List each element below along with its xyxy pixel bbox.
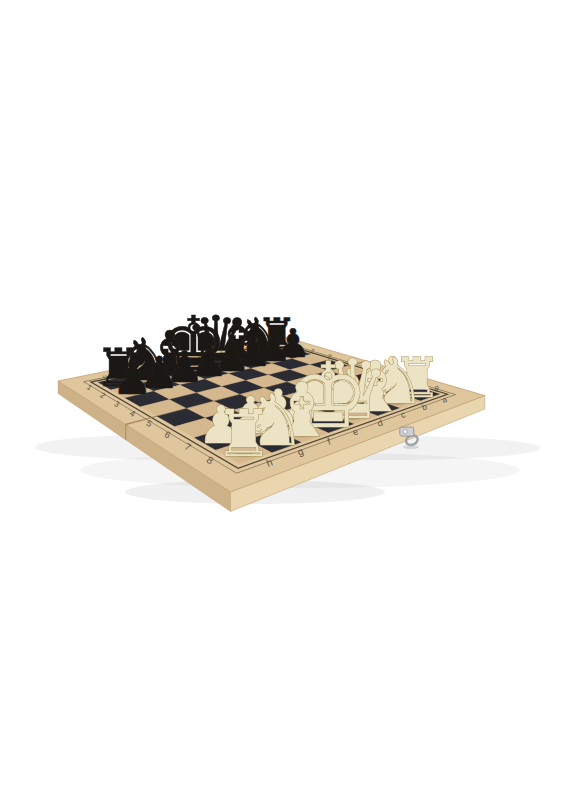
chess-board-svg: 11aa22bb33cc44dd55ee66ff77gg88hh♜♞♟♝♟♛♟♚… [0,0,587,800]
chess-board: 11aa22bb33cc44dd55ee66ff77gg88hh♜♞♟♝♟♛♟♚… [0,0,587,800]
product-photo: 11aa22bb33cc44dd55ee66ff77gg88hh♜♞♟♝♟♛♟♚… [0,0,587,800]
piece-white-rook-h1[interactable]: ♜ [215,396,273,471]
clasp-knob [403,430,407,434]
piece-black-pawn-h7[interactable]: ♟ [112,352,153,405]
